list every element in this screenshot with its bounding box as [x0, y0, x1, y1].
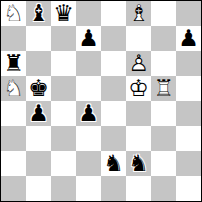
square-e4[interactable] [101, 101, 126, 126]
piece-black-pawn[interactable]: ♟ [76, 26, 101, 51]
square-h8[interactable] [176, 1, 201, 26]
square-d4[interactable]: ♟ [76, 101, 101, 126]
square-c6[interactable] [51, 51, 76, 76]
white-bishop-icon: ♗ [126, 1, 151, 26]
square-f4[interactable] [126, 101, 151, 126]
white-knight-icon: ♘ [1, 1, 26, 26]
square-h4[interactable] [176, 101, 201, 126]
piece-black-pawn[interactable]: ♟ [76, 101, 101, 126]
square-g6[interactable] [151, 51, 176, 76]
square-h3[interactable] [176, 126, 201, 151]
chess-board: ♞♘♝♛♝♗♟♟♜♟♙♞♘♚♚♔♜♖♟♟♞♞ [0, 0, 202, 202]
square-g7[interactable] [151, 26, 176, 51]
white-king-icon: ♔ [126, 76, 151, 101]
square-d5[interactable] [76, 76, 101, 101]
square-c4[interactable] [51, 101, 76, 126]
square-b5[interactable]: ♚ [26, 76, 51, 101]
square-e5[interactable] [101, 76, 126, 101]
square-h7[interactable]: ♟ [176, 26, 201, 51]
square-a1[interactable] [1, 176, 26, 201]
square-f3[interactable] [126, 126, 151, 151]
piece-black-pawn[interactable]: ♟ [176, 26, 201, 51]
square-f2[interactable]: ♞ [126, 151, 151, 176]
white-pawn-icon: ♙ [126, 51, 151, 76]
piece-black-queen[interactable]: ♛ [51, 1, 76, 26]
square-a5[interactable]: ♞♘ [1, 76, 26, 101]
square-a7[interactable] [1, 26, 26, 51]
piece-white-pawn[interactable]: ♟♙ [126, 51, 151, 76]
square-b3[interactable] [26, 126, 51, 151]
piece-white-king[interactable]: ♚♔ [126, 76, 151, 101]
square-b7[interactable] [26, 26, 51, 51]
piece-black-bishop[interactable]: ♝ [26, 1, 51, 26]
square-d3[interactable] [76, 126, 101, 151]
square-f1[interactable] [126, 176, 151, 201]
square-g5[interactable]: ♜♖ [151, 76, 176, 101]
square-h2[interactable] [176, 151, 201, 176]
piece-black-knight[interactable]: ♞ [101, 151, 126, 176]
square-d2[interactable] [76, 151, 101, 176]
square-c2[interactable] [51, 151, 76, 176]
square-c7[interactable] [51, 26, 76, 51]
square-h1[interactable] [176, 176, 201, 201]
square-b4[interactable]: ♟ [26, 101, 51, 126]
black-pawn-icon: ♟ [176, 26, 201, 51]
square-b2[interactable] [26, 151, 51, 176]
square-e3[interactable] [101, 126, 126, 151]
black-pawn-icon: ♟ [76, 101, 101, 126]
black-bishop-icon: ♝ [26, 1, 51, 26]
square-c3[interactable] [51, 126, 76, 151]
white-knight-icon: ♘ [1, 76, 26, 101]
black-knight-icon: ♞ [101, 151, 126, 176]
piece-white-knight[interactable]: ♞♘ [1, 1, 26, 26]
black-knight-icon: ♞ [126, 151, 151, 176]
square-c8[interactable]: ♛ [51, 1, 76, 26]
square-d6[interactable] [76, 51, 101, 76]
square-d7[interactable]: ♟ [76, 26, 101, 51]
square-e1[interactable] [101, 176, 126, 201]
square-g2[interactable] [151, 151, 176, 176]
piece-black-king[interactable]: ♚ [26, 76, 51, 101]
square-c5[interactable] [51, 76, 76, 101]
square-b6[interactable] [26, 51, 51, 76]
square-e6[interactable] [101, 51, 126, 76]
piece-white-bishop[interactable]: ♝♗ [126, 1, 151, 26]
piece-black-knight[interactable]: ♞ [126, 151, 151, 176]
square-b8[interactable]: ♝ [26, 1, 51, 26]
square-a3[interactable] [1, 126, 26, 151]
piece-black-rook[interactable]: ♜ [1, 51, 26, 76]
square-f6[interactable]: ♟♙ [126, 51, 151, 76]
square-e8[interactable] [101, 1, 126, 26]
square-g1[interactable] [151, 176, 176, 201]
square-g3[interactable] [151, 126, 176, 151]
black-queen-icon: ♛ [51, 1, 76, 26]
square-f7[interactable] [126, 26, 151, 51]
square-g4[interactable] [151, 101, 176, 126]
square-a8[interactable]: ♞♘ [1, 1, 26, 26]
square-d8[interactable] [76, 1, 101, 26]
piece-white-knight[interactable]: ♞♘ [1, 76, 26, 101]
square-h6[interactable] [176, 51, 201, 76]
black-pawn-icon: ♟ [26, 101, 51, 126]
square-a4[interactable] [1, 101, 26, 126]
square-f8[interactable]: ♝♗ [126, 1, 151, 26]
square-g8[interactable] [151, 1, 176, 26]
piece-black-pawn[interactable]: ♟ [26, 101, 51, 126]
white-rook-icon: ♖ [151, 76, 176, 101]
square-d1[interactable] [76, 176, 101, 201]
square-e2[interactable]: ♞ [101, 151, 126, 176]
square-h5[interactable] [176, 76, 201, 101]
square-c1[interactable] [51, 176, 76, 201]
square-b1[interactable] [26, 176, 51, 201]
black-king-icon: ♚ [26, 76, 51, 101]
square-a2[interactable] [1, 151, 26, 176]
piece-white-rook[interactable]: ♜♖ [151, 76, 176, 101]
black-rook-icon: ♜ [1, 51, 26, 76]
square-a6[interactable]: ♜ [1, 51, 26, 76]
square-f5[interactable]: ♚♔ [126, 76, 151, 101]
black-pawn-icon: ♟ [76, 26, 101, 51]
square-e7[interactable] [101, 26, 126, 51]
